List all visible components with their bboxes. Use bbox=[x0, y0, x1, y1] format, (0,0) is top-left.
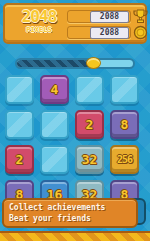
level-progress-bar bbox=[15, 58, 135, 69]
coins-value: 2088 bbox=[100, 29, 119, 37]
board-cell-r2c3: 2 bbox=[75, 110, 104, 139]
best-score-value: 2088 bbox=[100, 13, 119, 21]
board-cell-r3c3: 32 bbox=[75, 145, 104, 174]
board-cell-r3c1: 2 bbox=[5, 145, 34, 174]
toast-line-1: Collect achievements bbox=[9, 202, 136, 213]
board-cell-r1c2: 4 bbox=[40, 75, 69, 104]
board-cell-r2c2 bbox=[40, 110, 69, 139]
board-cell-r1c1 bbox=[5, 75, 34, 104]
tile-2: 2 bbox=[5, 145, 34, 174]
logo-title: 2048 bbox=[11, 8, 67, 26]
best-score-slot: 2088 bbox=[67, 10, 131, 23]
progress-fill bbox=[17, 60, 94, 67]
achievements-toast[interactable]: Collect achievements Beat your friends bbox=[2, 198, 138, 228]
game-screen: 2048 PIXELS 2088 2088 bbox=[0, 0, 150, 241]
header-panel: 2048 PIXELS 2088 2088 bbox=[3, 3, 147, 44]
board-grid[interactable]: 428232256816328 bbox=[5, 75, 139, 209]
best-score-box: 2088 bbox=[90, 11, 129, 23]
coins-slot: 2088 bbox=[67, 26, 131, 39]
tile-4: 4 bbox=[40, 75, 69, 104]
progress-marker-icon bbox=[86, 57, 101, 69]
tile-8: 8 bbox=[110, 110, 139, 139]
bottom-hazard-bar bbox=[0, 231, 150, 241]
coins-box: 2088 bbox=[90, 27, 129, 39]
board-cell-r1c3 bbox=[75, 75, 104, 104]
toast-line-2: Beat your friends bbox=[9, 213, 136, 224]
board-cell-r2c1 bbox=[5, 110, 34, 139]
board-cell-r1c4 bbox=[110, 75, 139, 104]
board-cell-r3c4: 256 bbox=[110, 145, 139, 174]
trophy-icon[interactable] bbox=[133, 9, 148, 24]
coin-icon[interactable] bbox=[133, 25, 148, 40]
logo-subtitle: PIXELS bbox=[11, 26, 67, 35]
tile-256: 256 bbox=[110, 145, 139, 174]
tile-2: 2 bbox=[75, 110, 104, 139]
app-logo: 2048 PIXELS bbox=[11, 8, 67, 35]
board-cell-r2c4: 8 bbox=[110, 110, 139, 139]
board-cell-r3c2 bbox=[40, 145, 69, 174]
tile-32: 32 bbox=[75, 145, 104, 174]
